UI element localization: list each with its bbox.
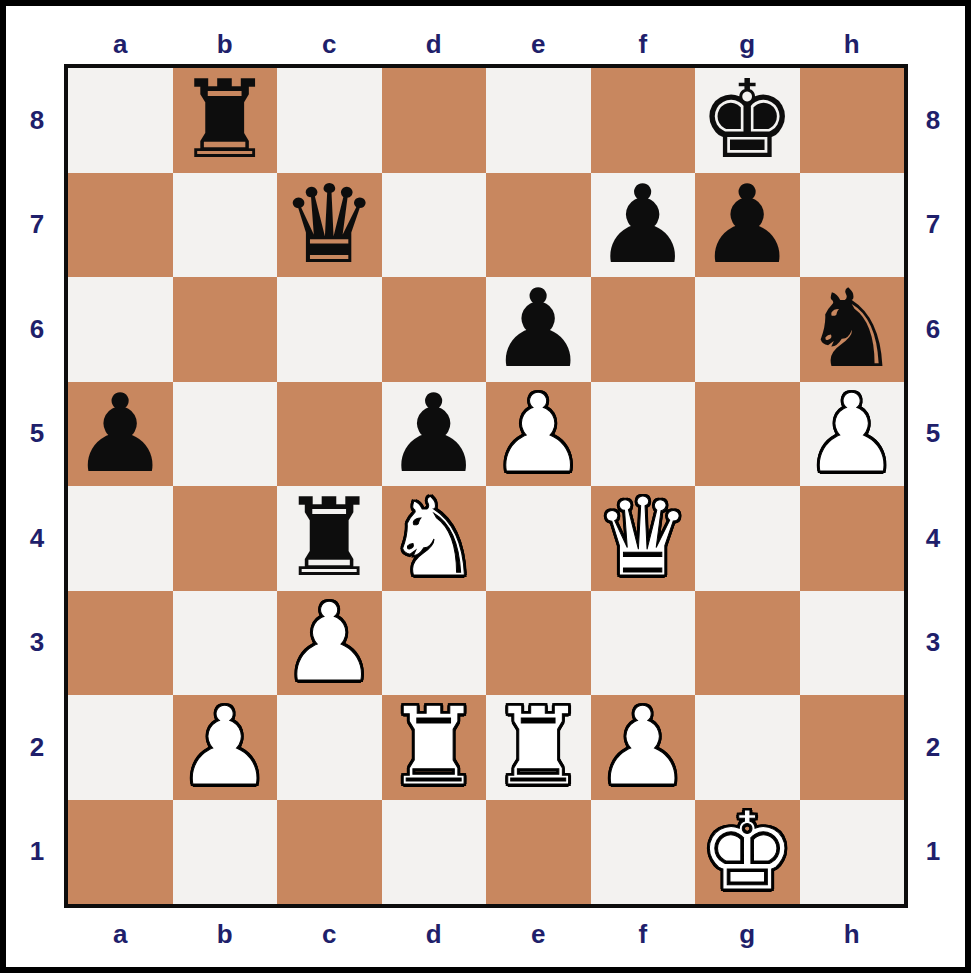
piece-black-queen-c7: ♛	[281, 173, 378, 277]
piece-white-pawn-f2: ♟	[594, 695, 691, 799]
square-g8[interactable]: ♚	[695, 68, 800, 173]
square-e1[interactable]	[486, 800, 591, 905]
square-f3[interactable]	[591, 591, 696, 696]
square-h6[interactable]: ♞	[800, 277, 905, 382]
coordinate-label-e: e	[486, 29, 591, 62]
square-e3[interactable]	[486, 591, 591, 696]
coordinate-label-f: f	[591, 29, 696, 62]
piece-black-pawn-d5: ♟	[385, 382, 482, 486]
coordinate-label-b: b	[173, 910, 278, 958]
square-d1[interactable]	[382, 800, 487, 905]
coordinate-label-f: f	[591, 910, 696, 958]
square-f6[interactable]	[591, 277, 696, 382]
square-e7[interactable]	[486, 173, 591, 278]
square-g4[interactable]	[695, 486, 800, 591]
square-c6[interactable]	[277, 277, 382, 382]
square-c1[interactable]	[277, 800, 382, 905]
coordinate-label-d: d	[382, 29, 487, 62]
coordinate-label-a: a	[68, 29, 173, 62]
square-f2[interactable]: ♟	[591, 695, 696, 800]
square-a2[interactable]	[68, 695, 173, 800]
chess-board: ♜♚♛♟♟♟♞♟♟♟♟♜♞♛♟♟♜♜♟♚	[64, 64, 908, 908]
square-b6[interactable]	[173, 277, 278, 382]
rank-labels-right: 87654321	[909, 68, 957, 904]
coordinate-label-2: 2	[12, 695, 62, 800]
square-a7[interactable]	[68, 173, 173, 278]
square-h5[interactable]: ♟	[800, 382, 905, 487]
piece-white-rook-e2: ♜	[490, 695, 587, 799]
square-c2[interactable]	[277, 695, 382, 800]
coordinate-label-d: d	[382, 910, 487, 958]
piece-black-pawn-f7: ♟	[594, 173, 691, 277]
square-d8[interactable]	[382, 68, 487, 173]
piece-black-pawn-g7: ♟	[699, 173, 796, 277]
piece-white-pawn-e5: ♟	[490, 382, 587, 486]
piece-white-queen-f4: ♛	[594, 486, 691, 590]
piece-white-pawn-b2: ♟	[176, 695, 273, 799]
square-g3[interactable]	[695, 591, 800, 696]
file-labels-top: abcdefgh	[68, 14, 904, 62]
piece-black-rook-b8: ♜	[176, 68, 273, 172]
rank-labels-left: 87654321	[12, 68, 62, 904]
file-labels-bottom: abcdefgh	[68, 910, 904, 958]
square-c3[interactable]: ♟	[277, 591, 382, 696]
piece-white-pawn-h5: ♟	[803, 382, 900, 486]
square-b7[interactable]	[173, 173, 278, 278]
square-c8[interactable]	[277, 68, 382, 173]
square-a4[interactable]	[68, 486, 173, 591]
square-b8[interactable]: ♜	[173, 68, 278, 173]
square-c5[interactable]	[277, 382, 382, 487]
coordinate-label-c: c	[277, 29, 382, 62]
square-f4[interactable]: ♛	[591, 486, 696, 591]
square-f7[interactable]: ♟	[591, 173, 696, 278]
coordinate-label-4: 4	[12, 486, 62, 591]
coordinate-label-7: 7	[12, 173, 62, 278]
coordinate-label-3: 3	[12, 591, 62, 696]
coordinate-label-8: 8	[909, 68, 957, 173]
coordinate-label-1: 1	[909, 800, 957, 905]
piece-black-pawn-e6: ♟	[490, 277, 587, 381]
square-g5[interactable]	[695, 382, 800, 487]
square-e2[interactable]: ♜	[486, 695, 591, 800]
square-h3[interactable]	[800, 591, 905, 696]
square-h1[interactable]	[800, 800, 905, 905]
coordinate-label-2: 2	[909, 695, 957, 800]
square-h8[interactable]	[800, 68, 905, 173]
square-a8[interactable]	[68, 68, 173, 173]
piece-white-knight-d4: ♞	[385, 486, 482, 590]
coordinate-label-8: 8	[12, 68, 62, 173]
square-b4[interactable]	[173, 486, 278, 591]
piece-black-knight-h6: ♞	[803, 277, 900, 381]
square-f5[interactable]	[591, 382, 696, 487]
coordinate-label-1: 1	[12, 800, 62, 905]
coordinate-label-h: h	[800, 29, 905, 62]
coordinate-label-a: a	[68, 910, 173, 958]
square-d4[interactable]: ♞	[382, 486, 487, 591]
square-b5[interactable]	[173, 382, 278, 487]
square-g7[interactable]: ♟	[695, 173, 800, 278]
coordinate-label-e: e	[486, 910, 591, 958]
coordinate-label-h: h	[800, 910, 905, 958]
square-g1[interactable]: ♚	[695, 800, 800, 905]
piece-black-pawn-a5: ♟	[72, 382, 169, 486]
chess-diagram-frame: abcdefgh 87654321 87654321 ♜♚♛♟♟♟♞♟♟♟♟♜♞…	[0, 0, 971, 973]
square-f1[interactable]	[591, 800, 696, 905]
piece-black-rook-c4: ♜	[281, 486, 378, 590]
coordinate-label-6: 6	[12, 277, 62, 382]
square-c4[interactable]: ♜	[277, 486, 382, 591]
square-c7[interactable]: ♛	[277, 173, 382, 278]
square-e6[interactable]: ♟	[486, 277, 591, 382]
square-g2[interactable]	[695, 695, 800, 800]
square-a3[interactable]	[68, 591, 173, 696]
piece-white-pawn-c3: ♟	[281, 591, 378, 695]
square-a1[interactable]	[68, 800, 173, 905]
coordinate-label-4: 4	[909, 486, 957, 591]
square-d3[interactable]	[382, 591, 487, 696]
square-h4[interactable]	[800, 486, 905, 591]
square-a5[interactable]: ♟	[68, 382, 173, 487]
coordinate-label-3: 3	[909, 591, 957, 696]
coordinate-label-7: 7	[909, 173, 957, 278]
square-d7[interactable]	[382, 173, 487, 278]
piece-white-king-g1: ♚	[699, 800, 796, 904]
square-d6[interactable]	[382, 277, 487, 382]
square-e8[interactable]	[486, 68, 591, 173]
square-h2[interactable]	[800, 695, 905, 800]
square-g6[interactable]	[695, 277, 800, 382]
square-b2[interactable]: ♟	[173, 695, 278, 800]
square-a6[interactable]	[68, 277, 173, 382]
coordinate-label-6: 6	[909, 277, 957, 382]
piece-white-rook-d2: ♜	[385, 695, 482, 799]
coordinate-label-5: 5	[12, 382, 62, 487]
square-b1[interactable]	[173, 800, 278, 905]
square-d2[interactable]: ♜	[382, 695, 487, 800]
square-e4[interactable]	[486, 486, 591, 591]
piece-black-king-g8: ♚	[699, 68, 796, 172]
coordinate-label-c: c	[277, 910, 382, 958]
square-f8[interactable]	[591, 68, 696, 173]
square-b3[interactable]	[173, 591, 278, 696]
coordinate-label-5: 5	[909, 382, 957, 487]
square-e5[interactable]: ♟	[486, 382, 591, 487]
coordinate-label-g: g	[695, 910, 800, 958]
square-d5[interactable]: ♟	[382, 382, 487, 487]
square-h7[interactable]	[800, 173, 905, 278]
